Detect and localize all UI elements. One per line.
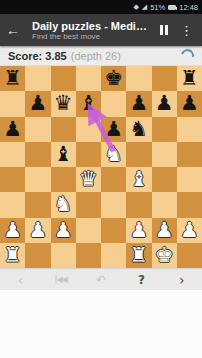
square-d7[interactable]: ♝: [76, 91, 101, 116]
page-subtitle: Find the best move: [32, 32, 154, 41]
square-f4[interactable]: ♝: [126, 167, 151, 192]
white-king-piece: ♚: [152, 243, 177, 268]
previous-move-button[interactable]: ‹: [10, 272, 30, 288]
square-h4[interactable]: [177, 167, 202, 192]
white-rook-piece: ♜: [0, 243, 25, 268]
skip-to-start-button[interactable]: |◀◀: [51, 275, 71, 284]
notification-icon: ◆: [133, 3, 138, 11]
pause-button[interactable]: [154, 21, 174, 39]
square-g2[interactable]: ♟: [152, 218, 177, 243]
battery-percent: 51%: [150, 3, 165, 12]
app-bar: ← Daily puzzles - Medi… Find the best mo…: [0, 14, 202, 46]
square-c1[interactable]: [51, 243, 76, 268]
square-g8[interactable]: [152, 66, 177, 91]
square-c3[interactable]: ♞: [51, 192, 76, 217]
square-e1[interactable]: [101, 243, 126, 268]
square-a1[interactable]: ♜: [0, 243, 25, 268]
black-pawn-piece: ♟: [25, 91, 50, 116]
square-c7[interactable]: ♛: [51, 91, 76, 116]
square-c6[interactable]: [51, 117, 76, 142]
white-pawn-piece: ♟: [25, 218, 50, 243]
black-rook-piece: ♜: [177, 66, 202, 91]
square-c8[interactable]: [51, 66, 76, 91]
square-f7[interactable]: ♟: [126, 91, 151, 116]
square-d2[interactable]: [76, 218, 101, 243]
white-knight-piece: ♞: [101, 142, 126, 167]
loading-spinner: [179, 47, 197, 65]
square-g5[interactable]: [152, 142, 177, 167]
status-bar: ◆ ◢ 51% 12:48: [0, 0, 202, 14]
square-h8[interactable]: ♜: [177, 66, 202, 91]
square-b8[interactable]: [25, 66, 50, 91]
square-a8[interactable]: ♜: [0, 66, 25, 91]
square-h1[interactable]: [177, 243, 202, 268]
square-e8[interactable]: ♚: [101, 66, 126, 91]
square-c5[interactable]: ♝: [51, 142, 76, 167]
square-h5[interactable]: [177, 142, 202, 167]
square-h3[interactable]: [177, 192, 202, 217]
chess-board: ♜♚♜♟♛♝♟♟♟♟♟♞♝♞♛♝♞♟♟♟♟♟♟♜♜♚: [0, 66, 202, 268]
square-b2[interactable]: ♟: [25, 218, 50, 243]
page-title: Daily puzzles - Medi…: [32, 20, 154, 32]
overflow-menu-button[interactable]: ⋮: [174, 21, 196, 40]
square-f2[interactable]: ♟: [126, 218, 151, 243]
square-a4[interactable]: [0, 167, 25, 192]
square-f6[interactable]: ♞: [126, 117, 151, 142]
navigation-toolbar: ‹ |◀◀ ↶ ? ›: [0, 268, 202, 290]
square-b1[interactable]: [25, 243, 50, 268]
square-b5[interactable]: [25, 142, 50, 167]
white-bishop-piece: ♝: [126, 167, 151, 192]
depth-text: (depth 26): [71, 50, 121, 62]
hint-button[interactable]: ?: [131, 273, 151, 287]
square-e7[interactable]: [101, 91, 126, 116]
white-knight-piece: ♞: [51, 192, 76, 217]
battery-icon: [168, 5, 176, 10]
black-pawn-piece: ♟: [0, 117, 25, 142]
square-b4[interactable]: [25, 167, 50, 192]
engine-score-bar: Score: 3.85 (depth 26): [0, 46, 202, 66]
square-a2[interactable]: ♟: [0, 218, 25, 243]
square-f5[interactable]: [126, 142, 151, 167]
clock: 12:48: [179, 3, 198, 12]
bottom-blank-area: [0, 290, 202, 358]
black-rook-piece: ♜: [0, 66, 25, 91]
square-d5[interactable]: [76, 142, 101, 167]
square-c2[interactable]: ♟: [51, 218, 76, 243]
square-g3[interactable]: [152, 192, 177, 217]
white-pawn-piece: ♟: [152, 218, 177, 243]
chess-board-container: ♜♚♜♟♛♝♟♟♟♟♟♞♝♞♛♝♞♟♟♟♟♟♟♜♜♚: [0, 66, 202, 268]
square-a6[interactable]: ♟: [0, 117, 25, 142]
square-g6[interactable]: [152, 117, 177, 142]
black-pawn-piece: ♟: [126, 91, 151, 116]
black-knight-piece: ♞: [126, 117, 151, 142]
square-g7[interactable]: ♟: [152, 91, 177, 116]
black-bishop-piece: ♝: [51, 142, 76, 167]
square-e4[interactable]: [101, 167, 126, 192]
square-b3[interactable]: [25, 192, 50, 217]
square-d6[interactable]: [76, 117, 101, 142]
undo-button[interactable]: ↶: [91, 273, 111, 287]
white-pawn-piece: ♟: [177, 218, 202, 243]
square-e6[interactable]: ♟: [101, 117, 126, 142]
square-b6[interactable]: [25, 117, 50, 142]
white-pawn-piece: ♟: [0, 218, 25, 243]
square-h7[interactable]: ♟: [177, 91, 202, 116]
black-bishop-piece: ♝: [76, 91, 101, 116]
square-a5[interactable]: [0, 142, 25, 167]
black-pawn-piece: ♟: [177, 91, 202, 116]
square-d8[interactable]: [76, 66, 101, 91]
next-move-button[interactable]: ›: [172, 272, 192, 288]
black-pawn-piece: ♟: [152, 91, 177, 116]
square-d4[interactable]: ♛: [76, 167, 101, 192]
square-g4[interactable]: [152, 167, 177, 192]
square-d1[interactable]: [76, 243, 101, 268]
white-rook-piece: ♜: [126, 243, 151, 268]
square-f8[interactable]: [126, 66, 151, 91]
square-f3[interactable]: [126, 192, 151, 217]
score-label: Score:: [8, 50, 42, 62]
phone-screen: ◆ ◢ 51% 12:48 ← Daily puzzles - Medi… Fi…: [0, 0, 202, 358]
square-e3[interactable]: [101, 192, 126, 217]
square-b7[interactable]: ♟: [25, 91, 50, 116]
square-e5[interactable]: ♞: [101, 142, 126, 167]
square-f1[interactable]: ♜: [126, 243, 151, 268]
square-a7[interactable]: [0, 91, 25, 116]
square-h6[interactable]: [177, 117, 202, 142]
white-pawn-piece: ♟: [126, 218, 151, 243]
signal-icon: ◢: [142, 3, 147, 11]
white-queen-piece: ♛: [76, 167, 101, 192]
square-h2[interactable]: ♟: [177, 218, 202, 243]
square-c4[interactable]: [51, 167, 76, 192]
square-e2[interactable]: [101, 218, 126, 243]
white-pawn-piece: ♟: [51, 218, 76, 243]
black-pawn-piece: ♟: [101, 117, 126, 142]
square-a3[interactable]: [0, 192, 25, 217]
back-button[interactable]: ←: [6, 22, 24, 38]
square-d3[interactable]: [76, 192, 101, 217]
black-king-piece: ♚: [101, 66, 126, 91]
black-queen-piece: ♛: [51, 91, 76, 116]
score-value: 3.85: [45, 50, 66, 62]
square-g1[interactable]: ♚: [152, 243, 177, 268]
